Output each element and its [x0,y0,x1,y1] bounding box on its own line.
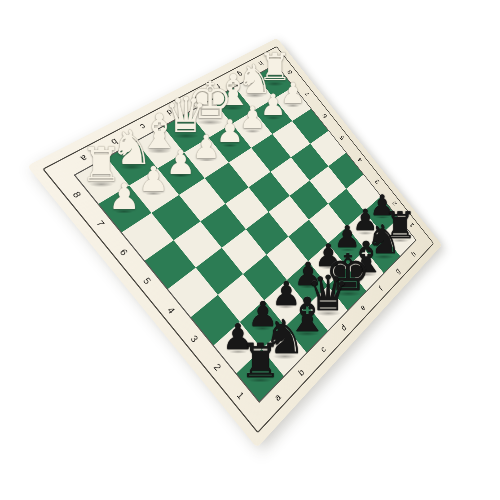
chess-board-mat: aa88bb77cc66dd55ee44ff33gg22hh11 [27,38,442,448]
board-grid [74,64,417,403]
product-photo: aa88bb77cc66dd55ee44ff33gg22hh11 ♜♞♝♛♚♝♞… [0,0,500,500]
